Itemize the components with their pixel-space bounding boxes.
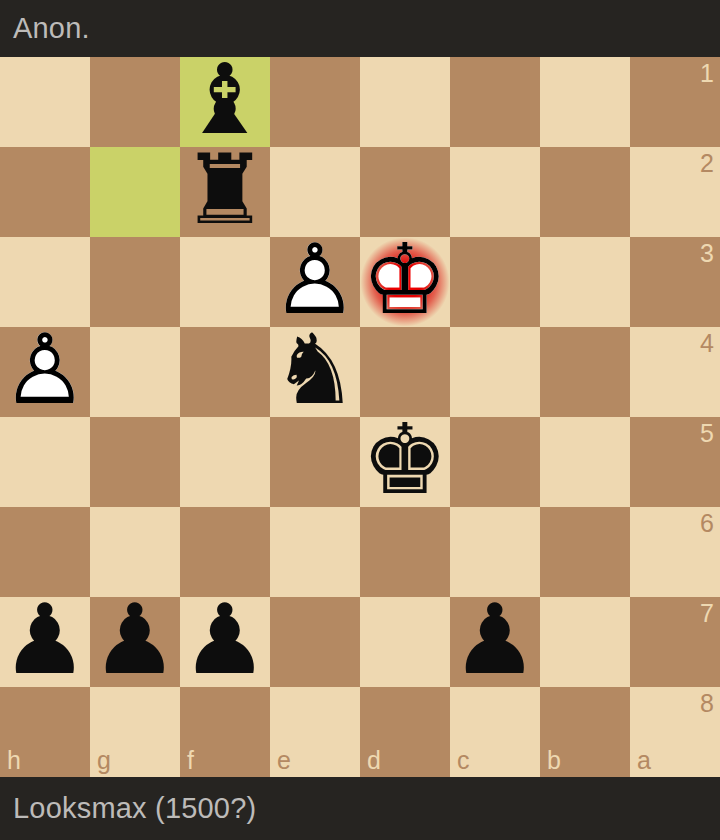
file-label-h: h xyxy=(7,746,21,775)
square-c2[interactable] xyxy=(450,147,540,237)
square-d2[interactable] xyxy=(360,147,450,237)
square-g5[interactable] xyxy=(90,417,180,507)
rank-label-3: 3 xyxy=(700,239,714,268)
piece-glyph: ♟ xyxy=(0,594,90,684)
rank-label-6: 6 xyxy=(700,509,714,538)
chess-board[interactable]: ♝1♜2♟♙♚♔3♟♙♞4♚56♟♟♟♟7hgfedcba8 xyxy=(0,57,720,777)
player-name: Looksmax (1500?) xyxy=(13,792,256,825)
file-label-f: f xyxy=(187,746,194,775)
piece-glyph: ♚ xyxy=(360,414,450,504)
square-e7[interactable] xyxy=(270,597,360,687)
rank-label-5: 5 xyxy=(700,419,714,448)
file-label-a: a xyxy=(637,746,651,775)
square-b7[interactable] xyxy=(540,597,630,687)
white-pawn[interactable]: ♟♙ xyxy=(0,327,90,417)
square-b2[interactable] xyxy=(540,147,630,237)
square-g3[interactable] xyxy=(90,237,180,327)
square-h2[interactable] xyxy=(0,147,90,237)
square-g7[interactable]: ♟ xyxy=(90,597,180,687)
piece-glyph: ♟ xyxy=(450,594,540,684)
black-pawn[interactable]: ♟ xyxy=(180,597,270,687)
square-d4[interactable] xyxy=(360,327,450,417)
square-d6[interactable] xyxy=(360,507,450,597)
piece-glyph: ♝ xyxy=(180,54,270,144)
piece-glyph: ♟ xyxy=(180,594,270,684)
square-e1[interactable] xyxy=(270,57,360,147)
square-h7[interactable]: ♟ xyxy=(0,597,90,687)
square-h3[interactable] xyxy=(0,237,90,327)
opponent-bar: Anon. xyxy=(0,0,720,57)
square-c3[interactable] xyxy=(450,237,540,327)
square-d1[interactable] xyxy=(360,57,450,147)
square-h1[interactable] xyxy=(0,57,90,147)
piece-glyph: ♟ xyxy=(270,234,360,324)
square-b4[interactable] xyxy=(540,327,630,417)
square-a8[interactable]: a8 xyxy=(630,687,720,777)
black-pawn[interactable]: ♟ xyxy=(450,597,540,687)
black-pawn[interactable]: ♟ xyxy=(90,597,180,687)
square-f5[interactable] xyxy=(180,417,270,507)
piece-glyph: ♞ xyxy=(270,324,360,414)
square-a6[interactable]: 6 xyxy=(630,507,720,597)
rank-label-8: 8 xyxy=(700,689,714,718)
square-e4[interactable]: ♞ xyxy=(270,327,360,417)
black-knight[interactable]: ♞ xyxy=(270,327,360,417)
piece-glyph: ♜ xyxy=(180,144,270,234)
square-g6[interactable] xyxy=(90,507,180,597)
square-c4[interactable] xyxy=(450,327,540,417)
square-e8[interactable]: e xyxy=(270,687,360,777)
piece-outline-glyph: ♙ xyxy=(0,324,90,414)
square-b5[interactable] xyxy=(540,417,630,507)
square-f8[interactable]: f xyxy=(180,687,270,777)
square-d8[interactable]: d xyxy=(360,687,450,777)
square-a3[interactable]: 3 xyxy=(630,237,720,327)
square-d5[interactable]: ♚ xyxy=(360,417,450,507)
square-g1[interactable] xyxy=(90,57,180,147)
file-label-d: d xyxy=(367,746,381,775)
white-pawn[interactable]: ♟♙ xyxy=(270,237,360,327)
square-c8[interactable]: c xyxy=(450,687,540,777)
piece-glyph: ♟ xyxy=(0,324,90,414)
square-f1[interactable]: ♝ xyxy=(180,57,270,147)
file-label-g: g xyxy=(97,746,111,775)
square-d3[interactable]: ♚♔ xyxy=(360,237,450,327)
square-b3[interactable] xyxy=(540,237,630,327)
piece-outline-glyph: ♔ xyxy=(360,234,450,324)
square-c5[interactable] xyxy=(450,417,540,507)
piece-glyph: ♟ xyxy=(90,594,180,684)
square-e6[interactable] xyxy=(270,507,360,597)
opponent-name: Anon. xyxy=(13,12,90,45)
black-king[interactable]: ♚ xyxy=(360,417,450,507)
square-f6[interactable] xyxy=(180,507,270,597)
black-bishop[interactable]: ♝ xyxy=(180,57,270,147)
square-b1[interactable] xyxy=(540,57,630,147)
black-pawn[interactable]: ♟ xyxy=(0,597,90,687)
square-f4[interactable] xyxy=(180,327,270,417)
piece-glyph: ♚ xyxy=(360,234,450,324)
square-a1[interactable]: 1 xyxy=(630,57,720,147)
square-c6[interactable] xyxy=(450,507,540,597)
square-f2[interactable]: ♜ xyxy=(180,147,270,237)
square-h8[interactable]: h xyxy=(0,687,90,777)
file-label-e: e xyxy=(277,746,291,775)
square-c7[interactable]: ♟ xyxy=(450,597,540,687)
square-e2[interactable] xyxy=(270,147,360,237)
square-g4[interactable] xyxy=(90,327,180,417)
square-h5[interactable] xyxy=(0,417,90,507)
square-h6[interactable] xyxy=(0,507,90,597)
square-a2[interactable]: 2 xyxy=(630,147,720,237)
square-c1[interactable] xyxy=(450,57,540,147)
square-f7[interactable]: ♟ xyxy=(180,597,270,687)
square-e3[interactable]: ♟♙ xyxy=(270,237,360,327)
piece-outline-glyph: ♙ xyxy=(270,234,360,324)
square-a4[interactable]: 4 xyxy=(630,327,720,417)
white-king[interactable]: ♚♔ xyxy=(360,237,450,327)
square-g2[interactable] xyxy=(90,147,180,237)
square-f3[interactable] xyxy=(180,237,270,327)
square-e5[interactable] xyxy=(270,417,360,507)
black-rook[interactable]: ♜ xyxy=(180,147,270,237)
rank-label-7: 7 xyxy=(700,599,714,628)
rank-label-1: 1 xyxy=(700,59,714,88)
rank-label-2: 2 xyxy=(700,149,714,178)
file-label-c: c xyxy=(457,746,470,775)
square-a7[interactable]: 7 xyxy=(630,597,720,687)
player-bar: Looksmax (1500?) xyxy=(0,777,720,840)
file-label-b: b xyxy=(547,746,561,775)
square-h4[interactable]: ♟♙ xyxy=(0,327,90,417)
square-g8[interactable]: g xyxy=(90,687,180,777)
square-b6[interactable] xyxy=(540,507,630,597)
square-d7[interactable] xyxy=(360,597,450,687)
square-a5[interactable]: 5 xyxy=(630,417,720,507)
rank-label-4: 4 xyxy=(700,329,714,358)
square-b8[interactable]: b xyxy=(540,687,630,777)
